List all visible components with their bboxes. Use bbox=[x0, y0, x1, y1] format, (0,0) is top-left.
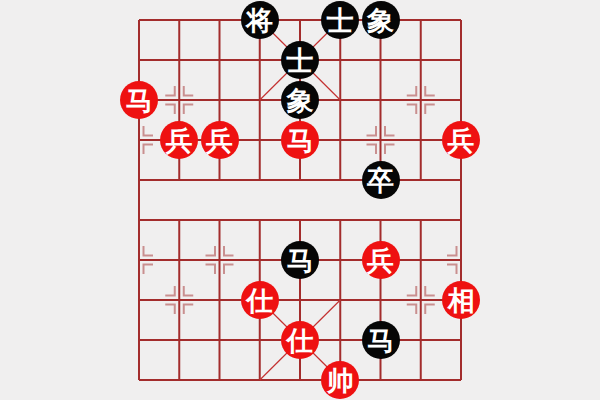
xiangqi-board[interactable]: 将士象士象马兵兵马兵卒马兵仕相仕马帅 bbox=[0, 0, 600, 400]
piece-black-soldier-g5[interactable]: 卒 bbox=[362, 161, 400, 199]
piece-red-advisor-d8[interactable]: 仕 bbox=[241, 281, 279, 319]
piece-red-soldier-b4[interactable]: 兵 bbox=[160, 121, 198, 159]
piece-red-general-f10[interactable]: 帅 bbox=[321, 361, 359, 399]
piece-red-horse-a3[interactable]: 马 bbox=[120, 81, 158, 119]
piece-black-advisor-f1[interactable]: 士 bbox=[321, 1, 359, 39]
piece-red-soldier-g7[interactable]: 兵 bbox=[362, 241, 400, 279]
piece-red-advisor-e9[interactable]: 仕 bbox=[281, 321, 319, 359]
piece-black-general-d1[interactable]: 将 bbox=[241, 1, 279, 39]
piece-black-elephant-g1[interactable]: 象 bbox=[362, 1, 400, 39]
piece-black-horse-g9[interactable]: 马 bbox=[362, 321, 400, 359]
piece-red-soldier-c4[interactable]: 兵 bbox=[201, 121, 239, 159]
piece-black-advisor-e2[interactable]: 士 bbox=[281, 41, 319, 79]
piece-red-elephant-i8[interactable]: 相 bbox=[442, 281, 480, 319]
piece-red-soldier-i4[interactable]: 兵 bbox=[442, 121, 480, 159]
piece-black-elephant-e3[interactable]: 象 bbox=[281, 81, 319, 119]
piece-red-horse-e4[interactable]: 马 bbox=[281, 121, 319, 159]
piece-black-horse-e7[interactable]: 马 bbox=[281, 241, 319, 279]
